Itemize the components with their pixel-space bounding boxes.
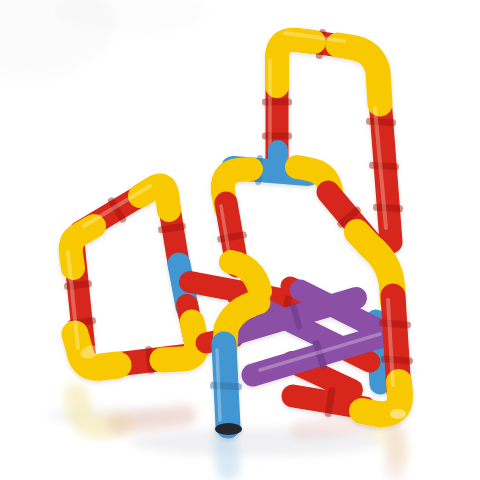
tube-joint [262, 133, 292, 140]
reflection-red-column [395, 432, 396, 470]
gloss-spot [390, 409, 406, 419]
leg-end-cap [215, 423, 242, 435]
product-photo [0, 0, 480, 480]
reflection-red-tube-2 [300, 424, 368, 430]
reflection-blue-leg [225, 438, 228, 468]
reflection-red-tube [118, 415, 186, 424]
toy-structure-image [0, 0, 480, 480]
tube-joint [262, 99, 292, 106]
